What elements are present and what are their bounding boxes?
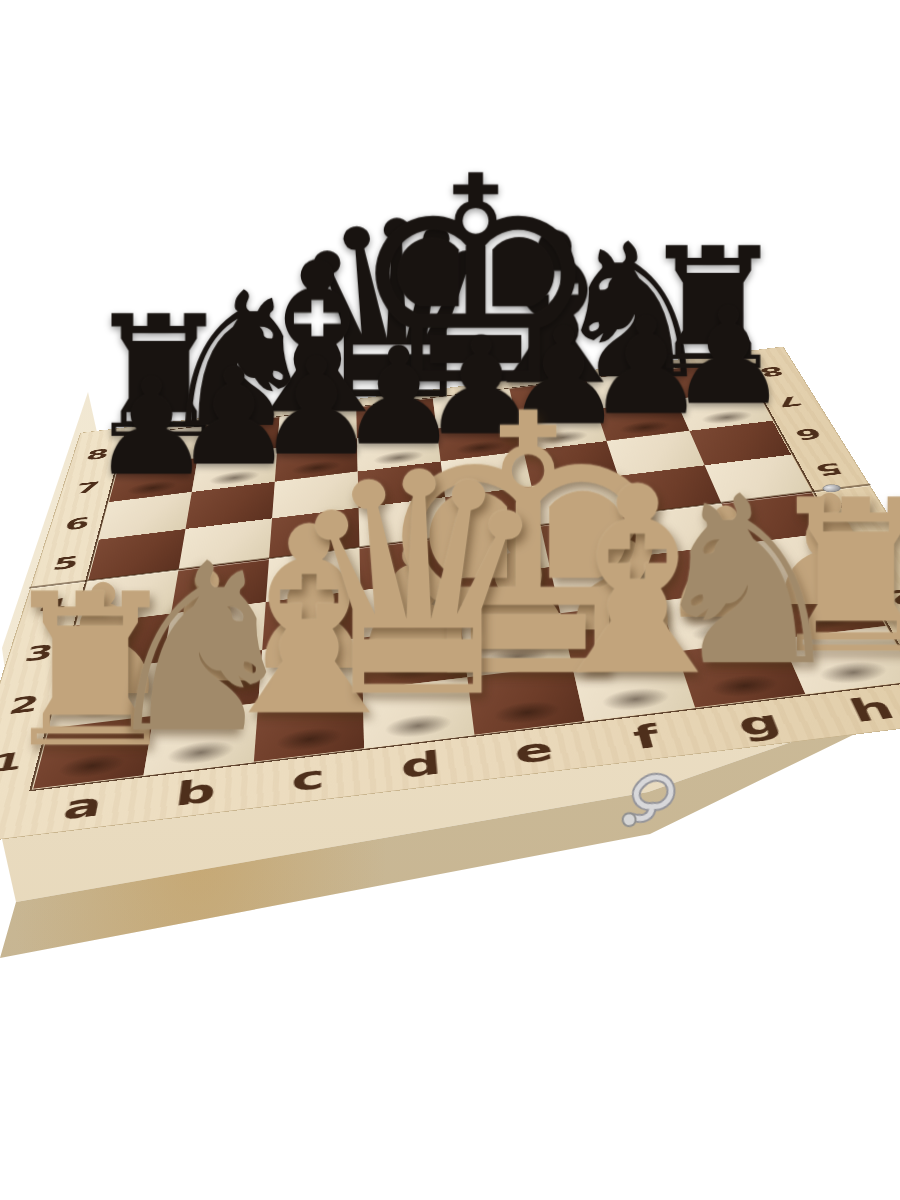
square-g1: ♞ [676,639,805,708]
square-d1: ♛ [363,677,475,748]
piece-white-queen-d1: ♛ [281,441,556,732]
piece-white-knight-b1: ♞ [96,538,304,759]
piece-white-knight-g1: ♞ [643,471,851,692]
product-photo-stage: 87654321 87654321 abcdefgh ♜♞♝♛♚♝♞♜♟♟♟♟♟… [0,0,900,1200]
square-b1: ♞ [144,703,259,775]
board-scene: 87654321 87654321 abcdefgh ♜♞♝♛♚♝♞♜♟♟♟♟♟… [24,130,876,958]
chess-board: 87654321 87654321 abcdefgh ♜♞♝♛♚♝♞♜♟♟♟♟♟… [0,347,900,847]
